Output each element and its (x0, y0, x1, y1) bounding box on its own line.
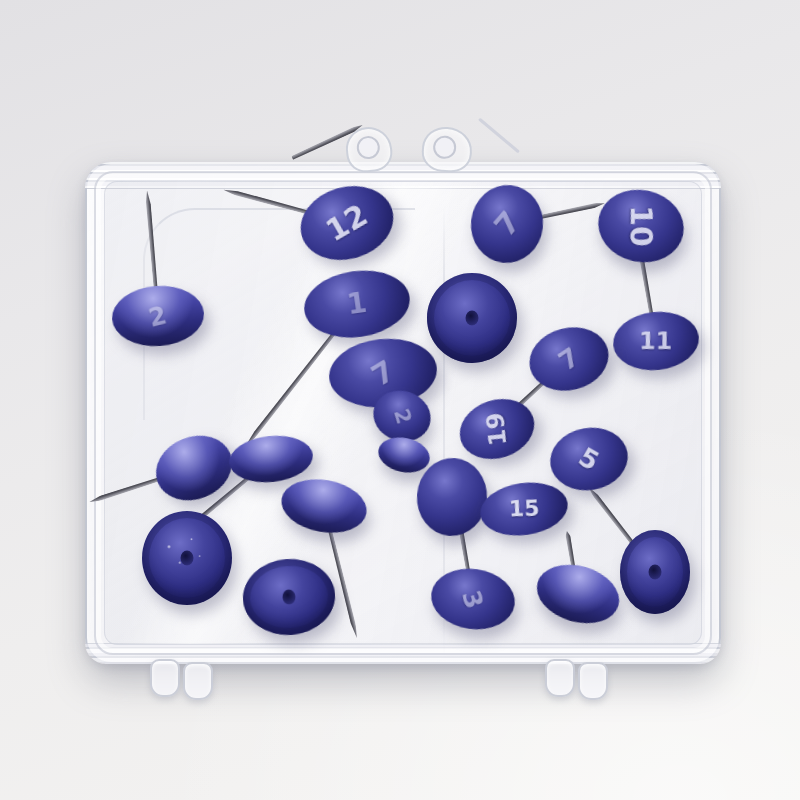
pin-number: 1 (345, 289, 368, 319)
pin-dimple (649, 565, 662, 580)
pin-number: 7 (554, 343, 584, 375)
pin-head (414, 456, 489, 539)
pin-head: 3 (427, 563, 519, 634)
pin-number: 2 (147, 302, 170, 330)
pin-head: 7 (467, 181, 547, 266)
pin-number: 7 (367, 355, 399, 390)
pin-head (227, 432, 315, 487)
pin-number: 12 (321, 200, 372, 247)
pin-head (146, 425, 242, 512)
pin-head: 2 (110, 283, 206, 349)
pin-needle (291, 123, 364, 160)
pin-number: 11 (639, 329, 672, 353)
pin-dimple (282, 589, 296, 605)
pin-dimple (181, 551, 194, 566)
pin-head: 10 (591, 182, 690, 270)
pin-needle (145, 190, 159, 290)
pin-head: 5 (545, 422, 633, 497)
pin-head: 1 (300, 264, 414, 344)
pin-number: 10 (626, 205, 656, 247)
pin-head (142, 511, 232, 605)
pin-head: 19 (452, 390, 542, 469)
photo-background: 211271011772195153 (0, 0, 800, 800)
pins-layer: 211271011772195153 (0, 0, 800, 800)
pin-head: 11 (610, 308, 702, 375)
pin-number: 19 (483, 411, 510, 447)
pin-head (530, 556, 626, 633)
pin-head (620, 530, 690, 614)
pin-number: 15 (508, 497, 539, 520)
pin-head (277, 473, 371, 539)
pin-dimple (466, 311, 479, 326)
pin-head (427, 273, 517, 363)
pin-number: 2 (390, 406, 414, 426)
pin-needle (241, 326, 340, 451)
pin-head (240, 556, 337, 638)
pin-head (375, 433, 433, 477)
pin-number: 7 (489, 206, 525, 241)
pin-head: 15 (477, 477, 571, 541)
pin-number: 3 (459, 587, 488, 611)
pin-number: 5 (575, 443, 604, 475)
pin-head: 12 (292, 175, 402, 270)
